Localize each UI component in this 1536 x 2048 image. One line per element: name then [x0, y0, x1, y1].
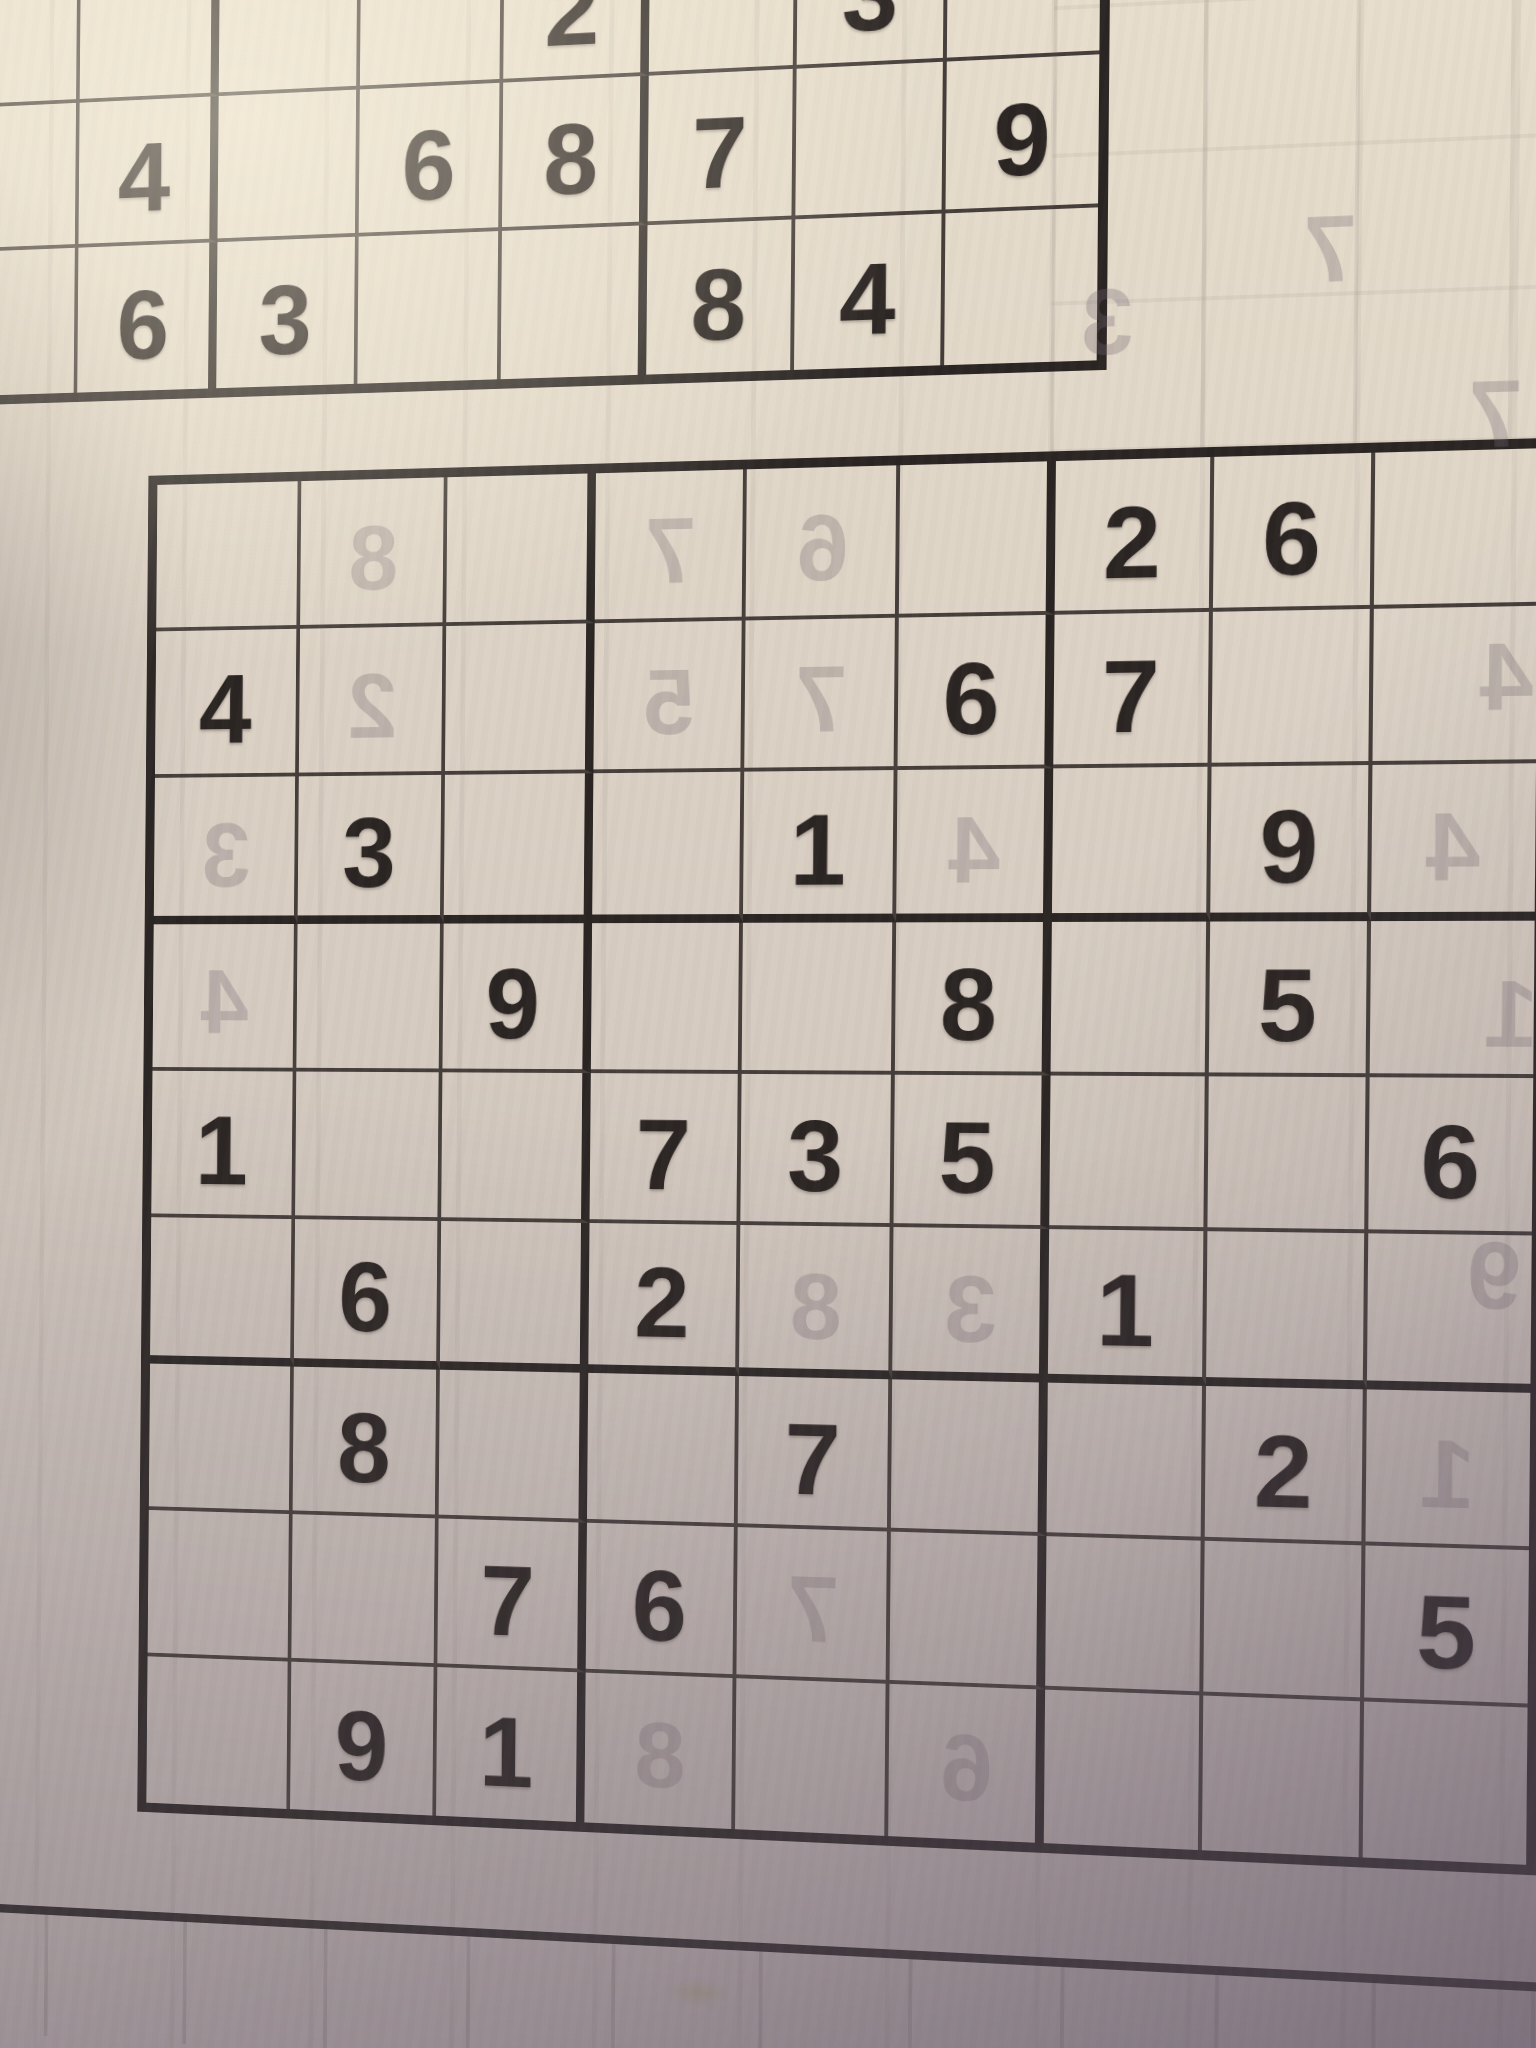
- cell-r2c7: 7: [1053, 612, 1213, 769]
- cell-r8c7: [1045, 1536, 1205, 1695]
- cell-r7c7: [649, 0, 798, 76]
- cell-r9c3: 1: [436, 1667, 586, 1822]
- cell-r6c8: [1206, 1231, 1368, 1389]
- cell-r1c4: [595, 469, 747, 623]
- cell-r8c4: 6: [586, 1523, 738, 1678]
- cell-r6c4: 2: [588, 1223, 740, 1376]
- cell-r8c6: [889, 1532, 1046, 1690]
- cell-r2c9: [1372, 606, 1536, 765]
- cell-r9c8: 4: [794, 213, 945, 370]
- cell-r8c9: 5: [1364, 1545, 1529, 1707]
- cell-r8c8: [795, 62, 946, 220]
- cell-r8c2: [291, 1514, 438, 1667]
- cell-r3c7: [1052, 767, 1212, 922]
- cell-r8c8: [1203, 1541, 1365, 1702]
- cell-r3c1: [154, 776, 299, 924]
- cell-r4c6: 8: [895, 922, 1052, 1076]
- cell-r4c5: [742, 922, 897, 1074]
- cell-r4c9: [1370, 921, 1535, 1078]
- cell-r7c9: [947, 0, 1101, 62]
- cell-r5c2: [295, 1072, 442, 1221]
- cell-r8c9: 9: [945, 54, 1099, 213]
- cell-r4c4: [591, 923, 743, 1074]
- cell-r7c6: [891, 1379, 1048, 1536]
- cell-r6c6: [892, 1227, 1049, 1383]
- cell-r4c2: [296, 924, 443, 1073]
- cell-r7c5: 7: [738, 1376, 892, 1532]
- cell-r2c6: 6: [897, 615, 1054, 770]
- cell-r8c1: [148, 1510, 293, 1662]
- cell-r9c4: [584, 1673, 736, 1830]
- sudoku-grid-main: 2646731998517356621872765918762573444831…: [137, 438, 1536, 1875]
- cell-r9c2: 9: [290, 1662, 437, 1816]
- cell-r3c3: [444, 773, 594, 923]
- cell-r8c3: 4: [78, 96, 218, 248]
- cell-r3c2: 3: [298, 775, 445, 924]
- cell-r7c3: [439, 1370, 589, 1523]
- cell-r7c9: [1365, 1389, 1530, 1550]
- cell-r1c2: [300, 477, 447, 629]
- cell-r6c7: 1: [1048, 1229, 1208, 1386]
- cell-r8c4: [217, 89, 359, 242]
- cell-r6c9: [1367, 1233, 1532, 1393]
- cell-r9c6: [501, 225, 648, 379]
- cell-r3c6: [896, 768, 1053, 922]
- cell-r9c6: [888, 1684, 1045, 1843]
- cell-r5c1: 1: [151, 1071, 296, 1219]
- cell-r9c4: 3: [216, 237, 358, 389]
- cell-r2c1: 4: [155, 629, 300, 778]
- cell-r9c1: [146, 1656, 291, 1809]
- cell-r5c8: [1207, 1076, 1369, 1233]
- cell-r2c3: [445, 623, 595, 775]
- cell-r4c3: 9: [442, 923, 592, 1073]
- cell-r4c8: 5: [1209, 921, 1371, 1077]
- cell-r5c7: [1049, 1076, 1209, 1232]
- cell-r1c9: [1374, 448, 1536, 609]
- cell-r1c6: [899, 461, 1056, 618]
- cell-r6c3: [440, 1221, 590, 1373]
- cell-r7c6: 2: [503, 0, 650, 83]
- puzzle-page-photo: 23468796384 2646731998517356621872765918…: [0, 0, 1536, 2048]
- cell-r7c5: [360, 0, 505, 89]
- cell-r7c3: [80, 0, 220, 103]
- cell-r7c1: [149, 1364, 294, 1515]
- cell-r6c1: [150, 1217, 295, 1366]
- cell-r1c8: 6: [1213, 453, 1375, 612]
- cell-r7c4: [587, 1373, 739, 1527]
- cell-r5c5: 3: [740, 1074, 895, 1227]
- cell-r2c8: [1212, 609, 1374, 767]
- cell-r6c5: [739, 1225, 894, 1379]
- cell-r3c9: [1371, 763, 1536, 921]
- cell-r7c7: [1046, 1383, 1206, 1541]
- cell-r5c4: 7: [590, 1073, 742, 1225]
- cell-r8c2: [0, 103, 80, 253]
- cell-r7c8: 2: [1205, 1386, 1367, 1545]
- cell-r3c5: 1: [743, 770, 898, 923]
- cell-r8c5: [736, 1527, 890, 1684]
- cell-r7c4: [219, 0, 361, 96]
- cell-r1c5: [746, 465, 901, 620]
- cell-r9c8: [1202, 1695, 1364, 1857]
- page-perspective-layer: 23468796384 2646731998517356621872765918…: [48, 0, 1536, 2048]
- cell-r5c3: [441, 1072, 591, 1223]
- cell-r2c2: [299, 626, 446, 776]
- cell-r6c2: 6: [294, 1219, 441, 1370]
- cell-r1c3: [446, 473, 596, 626]
- cell-r9c9: [944, 207, 1098, 365]
- bleed-through-gridlines: [1050, 0, 1536, 453]
- cell-r8c7: 7: [647, 69, 796, 225]
- cell-r8c5: 6: [359, 83, 504, 237]
- cell-r1c1: [156, 481, 301, 631]
- cell-r8c3: 7: [437, 1518, 587, 1672]
- cell-r9c9: [1363, 1701, 1528, 1864]
- cell-r2c4: [593, 620, 745, 773]
- cell-r3c4: [592, 772, 744, 924]
- cell-r7c8: 3: [797, 0, 949, 69]
- sudoku-grid-top-partial: 23468796384: [0, 0, 1119, 411]
- cell-r7c2: [0, 0, 81, 109]
- cell-r9c2: [0, 248, 78, 397]
- cell-r2c5: [744, 618, 899, 772]
- cell-r3c8: 9: [1210, 765, 1372, 922]
- cell-r9c5: [357, 231, 502, 384]
- cell-r9c7: [1044, 1690, 1204, 1851]
- cell-r9c5: [735, 1678, 889, 1836]
- cell-r9c3: 6: [77, 242, 217, 392]
- cell-r7c2: 8: [293, 1367, 440, 1519]
- cell-r4c1: [152, 924, 297, 1072]
- cell-r5c9: 6: [1368, 1077, 1533, 1235]
- cell-r1c7: 2: [1055, 457, 1215, 615]
- cell-r8c6: 8: [502, 76, 649, 231]
- cell-r4c7: [1051, 922, 1211, 1077]
- cell-r5c6: 5: [893, 1075, 1050, 1229]
- cell-r9c7: 8: [646, 219, 795, 374]
